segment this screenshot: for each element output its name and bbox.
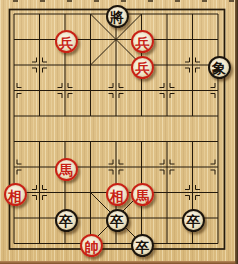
black-soldier[interactable]: 卒: [131, 234, 154, 257]
piece-glyph: 帥: [85, 239, 99, 253]
piece-glyph: 馬: [59, 163, 73, 177]
pieces-layer: 將兵兵兵象馬相相馬卒卒卒帥卒: [1, 1, 231, 256]
red-horse[interactable]: 馬: [131, 183, 154, 206]
piece-glyph: 兵: [136, 35, 150, 49]
piece-glyph: 相: [110, 188, 124, 202]
red-soldier[interactable]: 兵: [131, 56, 154, 79]
window-edge-right: [235, 0, 238, 264]
piece-glyph: 兵: [59, 35, 73, 49]
red-soldier[interactable]: 兵: [55, 30, 78, 53]
red-elephant[interactable]: 相: [106, 183, 129, 206]
black-general[interactable]: 將: [106, 5, 129, 28]
piece-glyph: 卒: [110, 214, 124, 228]
black-elephant[interactable]: 象: [208, 56, 231, 79]
piece-glyph: 卒: [187, 214, 201, 228]
black-soldier[interactable]: 卒: [55, 209, 78, 232]
red-general[interactable]: 帥: [80, 234, 103, 257]
piece-glyph: 馬: [136, 188, 150, 202]
piece-glyph: 將: [110, 10, 124, 24]
piece-glyph: 卒: [136, 239, 150, 253]
black-soldier[interactable]: 卒: [182, 209, 205, 232]
piece-glyph: 相: [8, 188, 22, 202]
red-soldier[interactable]: 兵: [131, 30, 154, 53]
piece-glyph: 象: [212, 61, 226, 75]
black-soldier[interactable]: 卒: [106, 209, 129, 232]
red-elephant[interactable]: 相: [4, 183, 27, 206]
xiangqi-board[interactable]: 將兵兵兵象馬相相馬卒卒卒帥卒: [0, 0, 238, 264]
piece-glyph: 卒: [59, 214, 73, 228]
piece-glyph: 兵: [136, 61, 150, 75]
red-horse[interactable]: 馬: [55, 158, 78, 181]
